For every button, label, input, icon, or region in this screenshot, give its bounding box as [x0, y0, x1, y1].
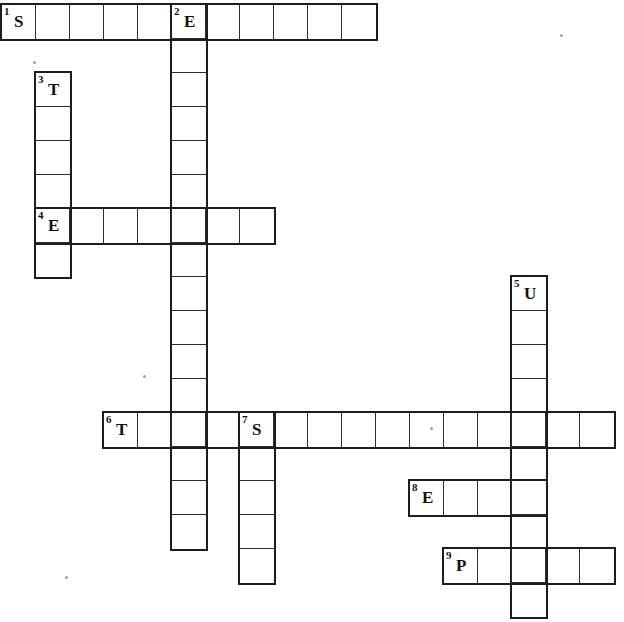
cell-r12-c11[interactable] [376, 413, 410, 447]
cell-r12-c13[interactable] [444, 413, 478, 447]
cell-r15-c5[interactable] [172, 515, 206, 549]
cell-r9-c15[interactable] [512, 311, 546, 345]
cell-r16-c16[interactable] [546, 549, 580, 583]
cell-r15-c15[interactable] [512, 515, 546, 549]
cell-r0-c0[interactable]: 1S [2, 5, 36, 39]
scan-speck [143, 375, 146, 378]
cell-r6-c6[interactable] [206, 209, 240, 243]
cell-r16-c13[interactable]: 9P [444, 549, 478, 583]
clue-number-3: 3 [38, 73, 44, 86]
cell-r16-c17[interactable] [580, 549, 614, 583]
cell-r7-c1[interactable] [36, 243, 70, 277]
scan-speck [33, 61, 36, 64]
cell-r14-c15[interactable] [512, 481, 546, 515]
cell-r14-c5[interactable] [172, 481, 206, 515]
cell-r0-c2[interactable] [70, 5, 104, 39]
word-6-across: 6T [102, 411, 616, 449]
cell-r16-c15[interactable] [512, 549, 546, 583]
given-letter-P: P [456, 556, 466, 576]
scan-speck [560, 34, 563, 37]
cell-r15-c7[interactable] [240, 515, 274, 549]
cell-r6-c1[interactable]: 4E [36, 209, 70, 243]
cell-r6-c3[interactable] [104, 209, 138, 243]
cell-r12-c9[interactable] [308, 413, 342, 447]
cell-r17-c15[interactable] [512, 583, 546, 617]
cell-r2-c1[interactable]: 3T [36, 73, 70, 107]
given-letter-T: T [48, 80, 59, 100]
given-letter-E: E [184, 12, 195, 32]
cell-r0-c9[interactable] [308, 5, 342, 39]
cell-r12-c15[interactable] [512, 413, 546, 447]
word-3-down: 3T [34, 71, 72, 279]
cell-r0-c8[interactable] [274, 5, 308, 39]
cell-r0-c7[interactable] [240, 5, 274, 39]
clue-number-8: 8 [412, 481, 418, 494]
given-letter-E: E [422, 488, 433, 508]
cell-r14-c12[interactable]: 8E [410, 481, 444, 515]
given-letter-U: U [524, 284, 536, 304]
cell-r1-c5[interactable] [172, 39, 206, 73]
cell-r10-c5[interactable] [172, 345, 206, 379]
cell-r12-c12[interactable] [410, 413, 444, 447]
clue-number-5: 5 [514, 277, 520, 290]
cell-r3-c1[interactable] [36, 107, 70, 141]
cell-r6-c2[interactable] [70, 209, 104, 243]
word-9-across: 9P [442, 547, 616, 585]
given-letter-T: T [116, 420, 127, 440]
cell-r13-c7[interactable] [240, 447, 274, 481]
cell-r2-c5[interactable] [172, 73, 206, 107]
cell-r0-c6[interactable] [206, 5, 240, 39]
clue-number-6: 6 [106, 413, 112, 426]
cell-r0-c3[interactable] [104, 5, 138, 39]
cell-r12-c6[interactable] [206, 413, 240, 447]
cell-r5-c5[interactable] [172, 175, 206, 209]
given-letter-S: S [252, 420, 261, 440]
clue-number-2: 2 [174, 5, 180, 18]
cell-r13-c15[interactable] [512, 447, 546, 481]
cell-r14-c7[interactable] [240, 481, 274, 515]
given-letter-E: E [48, 216, 59, 236]
word-7-down: 7S [238, 411, 276, 585]
cell-r12-c7[interactable]: 7S [240, 413, 274, 447]
given-letter-S: S [14, 12, 23, 32]
cell-r6-c5[interactable] [172, 209, 206, 243]
clue-number-7: 7 [242, 413, 248, 426]
crossword-board: 1S2E3T4E5U6T7S8E9P [0, 0, 624, 622]
cell-r16-c7[interactable] [240, 549, 274, 583]
word-8-across: 8E [408, 479, 548, 517]
clue-number-4: 4 [38, 209, 44, 222]
cell-r6-c7[interactable] [240, 209, 274, 243]
clue-number-9: 9 [446, 549, 452, 562]
cell-r3-c5[interactable] [172, 107, 206, 141]
cell-r11-c15[interactable] [512, 379, 546, 413]
cell-r12-c10[interactable] [342, 413, 376, 447]
cell-r12-c5[interactable] [172, 413, 206, 447]
cell-r0-c1[interactable] [36, 5, 70, 39]
word-2-down: 2E [170, 3, 208, 551]
cell-r0-c4[interactable] [138, 5, 172, 39]
cell-r16-c14[interactable] [478, 549, 512, 583]
cell-r11-c5[interactable] [172, 379, 206, 413]
cell-r8-c15[interactable]: 5U [512, 277, 546, 311]
cell-r14-c14[interactable] [478, 481, 512, 515]
scan-speck [65, 576, 68, 579]
cell-r4-c1[interactable] [36, 141, 70, 175]
cell-r12-c8[interactable] [274, 413, 308, 447]
cell-r12-c14[interactable] [478, 413, 512, 447]
clue-number-1: 1 [4, 5, 10, 18]
cell-r6-c4[interactable] [138, 209, 172, 243]
cell-r12-c17[interactable] [580, 413, 614, 447]
cell-r12-c3[interactable]: 6T [104, 413, 138, 447]
cell-r13-c5[interactable] [172, 447, 206, 481]
cell-r5-c1[interactable] [36, 175, 70, 209]
word-4-across: 4E [34, 207, 276, 245]
cell-r0-c10[interactable] [342, 5, 376, 39]
cell-r12-c4[interactable] [138, 413, 172, 447]
cell-r0-c5[interactable]: 2E [172, 5, 206, 39]
cell-r10-c15[interactable] [512, 345, 546, 379]
cell-r7-c5[interactable] [172, 243, 206, 277]
cell-r12-c16[interactable] [546, 413, 580, 447]
cell-r14-c13[interactable] [444, 481, 478, 515]
cell-r8-c5[interactable] [172, 277, 206, 311]
cell-r4-c5[interactable] [172, 141, 206, 175]
cell-r9-c5[interactable] [172, 311, 206, 345]
